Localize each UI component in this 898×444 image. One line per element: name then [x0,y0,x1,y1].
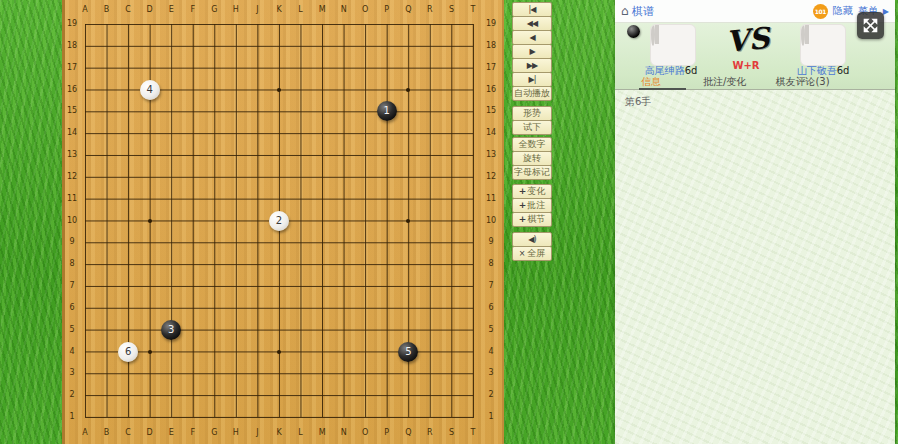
black-stone-P15: 1 [377,101,397,121]
star-point [148,219,152,223]
board-coordinate-label: E [169,6,174,14]
expand-arrows-icon [862,17,879,34]
board-coordinate-label: 5 [69,326,74,334]
board-coordinate-label: L [298,6,302,14]
board-coordinate-label: D [147,6,153,14]
board-coordinate-label: 1 [488,413,493,421]
board-coordinate-label: G [211,6,217,14]
situation-estimate-label: 形势 [523,108,541,118]
board-coordinate-label: E [169,429,174,437]
rotate-button[interactable]: 旋转 [512,151,552,166]
star-point [406,219,410,223]
black-stone-indicator [627,25,640,38]
board-coordinate-label: 8 [69,260,74,268]
board-coordinate-label: B [104,6,110,14]
board-coordinate-label: 12 [486,173,496,181]
players-section: VS W+R 高尾绅路6d 山下敬吾6d [615,23,895,75]
plus-icon: + [519,200,527,210]
board-coordinate-label: 15 [486,107,496,115]
avatar-body-icon [655,24,659,44]
board-coordinate-label: M [319,429,326,437]
board-coordinate-label: 19 [486,20,496,28]
board-coordinate-label: 6 [69,304,74,312]
board-coordinate-label: H [233,429,239,437]
board-coordinate-label: H [233,6,239,14]
vs-mark: VS [724,19,768,61]
black-stone-Q4: 5 [398,342,418,362]
board-coordinate-label: C [125,6,131,14]
board-coordinate-label: 2 [488,391,493,399]
board-coordinate-label: S [449,429,454,437]
star-point [148,350,152,354]
board-coordinate-label: T [471,429,476,437]
board-coordinate-label: J [256,6,258,14]
panel-tabs: 信息批注/变化棋友评论(3) [615,75,895,90]
game-result: W+R [716,60,776,71]
board-coordinate-label: N [341,6,347,14]
board-coordinate-label: 11 [67,195,77,203]
breadcrumb-kifu[interactable]: 棋谱 [632,4,654,19]
board-coordinate-label: 17 [486,64,496,72]
board-coordinate-label: J [256,429,258,437]
board-coordinate-label: 4 [69,348,74,356]
board-coordinate-label: F [190,6,195,14]
go-to-start-icon: |◀ [529,5,536,14]
board-coordinate-label: T [471,6,476,14]
board-coordinate-label: 3 [69,369,74,377]
auto-play-label: 自动播放 [514,88,550,98]
toolbar-group: |◀◀◀◀▶▶▶▶|自动播放 [512,2,552,101]
star-point [277,350,281,354]
board-coordinate-label: 18 [67,42,77,50]
home-icon: ⌂ [621,4,629,18]
board-coordinate-label: A [82,6,87,14]
fullscreen-toggle-button[interactable] [857,12,884,39]
go-to-end-icon: ▶| [529,75,536,84]
fullscreen-label: 全屏 [524,248,545,258]
board-coordinate-label: 3 [488,369,493,377]
add-annotation-label: 批注 [527,200,545,210]
kifu-toolbar: |◀◀◀◀▶▶▶▶|自动播放形势试下全数字旋转字母标记+变化+批注+棋节◀)× … [512,3,552,267]
white-stone-K10: 2 [269,211,289,231]
comment-area[interactable]: 第6手 [615,90,895,444]
add-annotation-button[interactable]: +批注 [512,198,552,213]
step-forward-icon: ▶ [529,47,534,56]
board-coordinate-label: 14 [486,129,496,137]
toolbar-group: ◀)× 全屏 [512,232,552,261]
board-coordinate-label: 16 [67,86,77,94]
board-coordinate-label: P [384,6,389,14]
plus-icon: + [519,214,527,224]
board-coordinate-label: 19 [67,20,77,28]
board-coordinate-label: A [82,429,87,437]
try-move-label: 试下 [523,122,541,132]
board-coordinate-label: 10 [67,217,77,225]
rotate-label: 旋转 [523,153,541,163]
board-coordinate-label: K [276,6,281,14]
board-coordinate-label: N [341,429,347,437]
tab-annotation-variation[interactable]: 批注/变化 [703,75,746,89]
black-stone-E5: 3 [161,320,181,340]
active-tab-underline [639,88,686,90]
board-coordinate-label: P [384,429,389,437]
board-coordinate-label: D [147,429,153,437]
board-coordinate-label: 4 [488,348,493,356]
sound-icon: ◀) [528,235,535,244]
board-coordinate-label: Q [405,429,411,437]
sound-button[interactable]: ◀) [512,232,552,247]
add-section-button[interactable]: +棋节 [512,212,552,227]
board-coordinate-label: O [362,6,368,14]
step-back-button[interactable]: ◀ [512,30,552,45]
toolbar-group: 形势试下 [512,106,552,135]
board-coordinate-label: O [362,429,368,437]
letter-marks-label: 字母标记 [514,167,550,177]
step-forward-button[interactable]: ▶ [512,44,552,59]
fullscreen-button[interactable]: × 全屏 [512,246,552,261]
board-coordinate-label: R [427,429,433,437]
board-coordinate-label: 10 [486,217,496,225]
fast-rewind-button[interactable]: ◀◀ [512,16,552,31]
board-coordinate-label: 9 [69,238,74,246]
add-variation-button[interactable]: +变化 [512,184,552,199]
site-logo-icon[interactable]: 101 [813,4,828,19]
board-coordinate-label: S [449,6,454,14]
add-variation-label: 变化 [527,186,545,196]
board-coordinate-label: M [319,6,326,14]
board-coordinate-label: 16 [486,86,496,94]
go-to-start-button[interactable]: |◀ [512,2,552,17]
letter-marks-button[interactable]: 字母标记 [512,165,552,180]
board-coordinate-label: B [104,429,110,437]
board-coordinate-label: C [125,429,131,437]
plus-icon: + [519,186,527,196]
white-stone-C4: 6 [118,342,138,362]
hide-link[interactable]: 隐藏 [833,4,853,18]
tab-info[interactable]: 信息 [641,75,661,89]
add-section-label: 棋节 [527,214,545,224]
move-number-label: 第6手 [625,96,651,107]
go-game-review-page: AABBCCDDEEFFGGHHJJKKLLMMNNOOPPQQRRSSTT19… [0,0,898,444]
board-coordinate-label: 7 [488,282,493,290]
all-numbers-label: 全数字 [519,139,546,149]
board-coordinate-label: 14 [67,129,77,137]
board-coordinate-label: 13 [67,151,77,159]
board-coordinate-label: 1 [69,413,74,421]
try-move-button[interactable]: 试下 [512,120,552,135]
board-coordinate-label: Q [405,6,411,14]
fast-forward-button[interactable]: ▶▶ [512,58,552,73]
tab-friend-comments[interactable]: 棋友评论(3) [775,75,829,89]
board-coordinate-label: 2 [69,391,74,399]
star-point [277,88,281,92]
all-numbers-button[interactable]: 全数字 [512,137,552,152]
auto-play-button[interactable]: 自动播放 [512,86,552,101]
board-coordinate-label: 15 [67,107,77,115]
board-coordinate-label: 12 [67,173,77,181]
avatar-body-icon [805,24,809,44]
menu-arrow-icon[interactable]: ▶ [883,7,889,16]
fast-forward-icon: ▶▶ [527,61,537,70]
go-to-end-button[interactable]: ▶| [512,72,552,87]
board-coordinate-label: F [190,429,195,437]
black-player-avatar[interactable] [650,24,696,66]
board-coordinate-label: 13 [486,151,496,159]
board-coordinate-label: G [211,429,217,437]
fast-rewind-icon: ◀◀ [527,19,537,28]
toolbar-group: 全数字旋转字母标记 [512,137,552,180]
board-coordinate-label: R [427,6,433,14]
board-coordinate-label: 8 [488,260,493,268]
situation-estimate-button[interactable]: 形势 [512,106,552,121]
step-back-icon: ◀ [529,33,534,42]
board-coordinate-label: 5 [488,326,493,334]
go-board[interactable]: AABBCCDDEEFFGGHHJJKKLLMMNNOOPPQQRRSSTT19… [62,0,504,444]
white-stone-D16: 4 [140,80,160,100]
white-player-avatar[interactable] [800,24,846,66]
board-coordinate-label: 7 [69,282,74,290]
board-coordinate-label: 11 [486,195,496,203]
board-coordinate-label: 9 [488,238,493,246]
board-coordinate-label: L [298,429,302,437]
board-coordinate-label: 17 [67,64,77,72]
toolbar-group: +变化+批注+棋节 [512,184,552,227]
star-point [406,88,410,92]
board-coordinate-label: K [276,429,281,437]
info-panel: ⌂ 棋谱 101 隐藏 菜单 ▶ VS W+R 高尾绅路6d 山下敬吾6d [615,0,895,444]
board-coordinate-label: 18 [486,42,496,50]
board-coordinate-label: 6 [488,304,493,312]
